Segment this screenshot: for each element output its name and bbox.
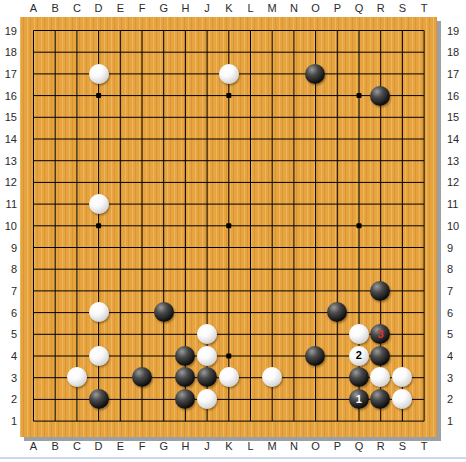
stone-white-D11 xyxy=(89,194,109,214)
stone-black-H2 xyxy=(175,389,195,409)
stone-white-D17 xyxy=(89,64,109,84)
coord-label: D xyxy=(89,439,109,453)
coord-label: 8 xyxy=(0,262,17,276)
coord-label: F xyxy=(132,439,152,453)
stone-white-Q5 xyxy=(349,324,369,344)
coord-label: B xyxy=(45,1,65,15)
coord-label: O xyxy=(306,439,326,453)
stone-white-S2 xyxy=(392,389,412,409)
coord-label: 17 xyxy=(447,67,466,81)
stone-black-O4 xyxy=(305,346,325,366)
coord-label: G xyxy=(154,439,174,453)
coord-label: 9 xyxy=(447,241,466,255)
coord-label: 7 xyxy=(447,284,466,298)
coord-label: H xyxy=(175,439,195,453)
coord-label: 16 xyxy=(447,89,466,103)
coord-label: J xyxy=(197,1,217,15)
stone-white-J2 xyxy=(197,389,217,409)
coord-label: 4 xyxy=(447,349,466,363)
coord-label: 16 xyxy=(0,89,17,103)
stone-black-P6 xyxy=(327,302,347,322)
coord-label: 13 xyxy=(447,154,466,168)
coord-label: F xyxy=(132,1,152,15)
coord-label: M xyxy=(262,1,282,15)
window-bottom-edge xyxy=(0,457,466,459)
coord-label: C xyxy=(67,439,87,453)
stone-white-K17 xyxy=(219,64,239,84)
coord-label: 8 xyxy=(447,262,466,276)
stone-white-C3 xyxy=(67,367,87,387)
coord-label: 2 xyxy=(0,392,17,406)
coord-label: S xyxy=(392,1,412,15)
stone-layer: 321 xyxy=(23,20,435,432)
coord-label: 5 xyxy=(447,327,466,341)
coord-label: 11 xyxy=(447,197,466,211)
coord-label: R xyxy=(371,1,391,15)
coord-label: H xyxy=(175,1,195,15)
coord-label: N xyxy=(284,439,304,453)
coord-label: 17 xyxy=(0,67,17,81)
stone-white-D6 xyxy=(89,302,109,322)
coord-label: J xyxy=(197,439,217,453)
stone-black-R4 xyxy=(370,346,390,366)
go-board[interactable]: 321 xyxy=(20,17,437,437)
coord-label: 9 xyxy=(0,241,17,255)
coord-label: K xyxy=(219,1,239,15)
coord-label: G xyxy=(154,1,174,15)
coord-label: E xyxy=(110,1,130,15)
stone-black-R5: 3 xyxy=(370,324,390,344)
stone-black-D2 xyxy=(89,389,109,409)
stone-white-R3 xyxy=(370,367,390,387)
stone-white-M3 xyxy=(262,367,282,387)
coord-label: C xyxy=(67,1,87,15)
coord-label: 13 xyxy=(0,154,17,168)
coord-label: P xyxy=(327,439,347,453)
coord-label: 19 xyxy=(447,24,466,38)
coord-label: 1 xyxy=(447,414,466,428)
coord-label: 5 xyxy=(0,327,17,341)
stone-black-H4 xyxy=(175,346,195,366)
stone-black-Q3 xyxy=(349,367,369,387)
coord-label: 4 xyxy=(0,349,17,363)
stone-black-Q2: 1 xyxy=(349,389,369,409)
stone-black-R2 xyxy=(370,389,390,409)
stone-black-H3 xyxy=(175,367,195,387)
coord-label: 12 xyxy=(447,175,466,189)
stone-white-J5 xyxy=(197,324,217,344)
stone-white-S3 xyxy=(392,367,412,387)
stone-black-R7 xyxy=(370,281,390,301)
stone-black-O17 xyxy=(305,64,325,84)
coord-label: Q xyxy=(349,1,369,15)
coord-label: E xyxy=(110,439,130,453)
coord-label: R xyxy=(371,439,391,453)
coord-label: T xyxy=(414,439,434,453)
stone-white-K3 xyxy=(219,367,239,387)
coord-label: 14 xyxy=(447,132,466,146)
move-number-3: 3 xyxy=(377,329,383,340)
coord-label: 18 xyxy=(0,45,17,59)
coord-label: 6 xyxy=(447,306,466,320)
coord-label: L xyxy=(241,1,261,15)
go-board-app: ABCDEFGHJKLMNOPQRST 19181716151413121110… xyxy=(0,0,466,462)
move-number-1: 1 xyxy=(356,394,362,405)
coord-label: 12 xyxy=(0,175,17,189)
coord-label: A xyxy=(24,439,44,453)
coord-label: 6 xyxy=(0,306,17,320)
coord-label: B xyxy=(45,439,65,453)
coord-label: K xyxy=(219,439,239,453)
coord-label: T xyxy=(414,1,434,15)
stone-black-R16 xyxy=(370,86,390,106)
coord-label: M xyxy=(262,439,282,453)
coord-label: 2 xyxy=(447,392,466,406)
coord-label: 18 xyxy=(447,45,466,59)
stone-black-F3 xyxy=(132,367,152,387)
stone-black-J3 xyxy=(197,367,217,387)
coord-label: 1 xyxy=(0,414,17,428)
stone-white-J4 xyxy=(197,346,217,366)
coord-label: 15 xyxy=(447,110,466,124)
coord-label: L xyxy=(241,439,261,453)
stone-black-G6 xyxy=(154,302,174,322)
coord-label: 10 xyxy=(447,219,466,233)
stone-white-D4 xyxy=(89,346,109,366)
coord-label: 19 xyxy=(0,24,17,38)
coord-label: 15 xyxy=(0,110,17,124)
coord-label: 3 xyxy=(447,371,466,385)
coord-label: O xyxy=(306,1,326,15)
coord-label: 7 xyxy=(0,284,17,298)
coord-label: 14 xyxy=(0,132,17,146)
coord-label: A xyxy=(24,1,44,15)
coord-label: S xyxy=(392,439,412,453)
coord-label: Q xyxy=(349,439,369,453)
coord-label: D xyxy=(89,1,109,15)
move-number-2: 2 xyxy=(356,350,362,361)
coord-label: 10 xyxy=(0,219,17,233)
coord-label: 11 xyxy=(0,197,17,211)
coord-label: P xyxy=(327,1,347,15)
coord-label: 3 xyxy=(0,371,17,385)
stone-white-Q4: 2 xyxy=(349,346,369,366)
coord-label: N xyxy=(284,1,304,15)
